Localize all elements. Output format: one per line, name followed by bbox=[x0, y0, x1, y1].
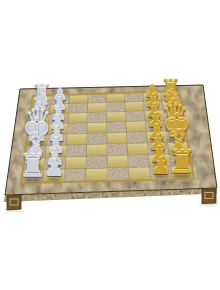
square-h3 bbox=[128, 167, 150, 180]
square-g5 bbox=[86, 156, 107, 169]
square-b2 bbox=[143, 101, 163, 111]
square-c6 bbox=[68, 113, 88, 124]
square-d1 bbox=[165, 120, 186, 131]
square-d2 bbox=[145, 121, 166, 132]
square-b6 bbox=[68, 103, 87, 113]
square-g3 bbox=[128, 155, 150, 168]
board-foot-left bbox=[7, 195, 21, 210]
square-g6 bbox=[65, 156, 86, 169]
square-h1 bbox=[171, 166, 194, 179]
square-c1 bbox=[163, 110, 184, 121]
square-h4 bbox=[107, 168, 129, 181]
square-b8 bbox=[30, 104, 50, 114]
square-d7 bbox=[47, 123, 67, 134]
square-d3 bbox=[126, 121, 146, 132]
chess-set-photo: ♜♟♟♜♞♟♟♞♝♟♟♝♛♟♟♛♚♟♟♚♝♟♟♝♞♟♟♞♜♟♟♜ bbox=[0, 0, 220, 290]
square-b5 bbox=[87, 103, 106, 113]
square-f3 bbox=[127, 143, 148, 155]
square-e4 bbox=[107, 132, 127, 144]
square-h8 bbox=[21, 170, 44, 183]
square-e8 bbox=[26, 135, 47, 147]
square-c2 bbox=[144, 110, 164, 121]
square-d5 bbox=[87, 122, 107, 133]
square-c5 bbox=[87, 112, 106, 123]
square-g7 bbox=[44, 157, 66, 170]
square-h7 bbox=[43, 169, 65, 182]
square-f4 bbox=[107, 144, 128, 156]
square-c4 bbox=[106, 112, 126, 123]
square-d6 bbox=[67, 123, 87, 134]
square-b7 bbox=[49, 104, 69, 114]
square-b3 bbox=[125, 101, 145, 111]
square-f5 bbox=[86, 144, 107, 156]
square-f1 bbox=[168, 142, 190, 154]
square-f2 bbox=[147, 142, 169, 154]
chess-board bbox=[0, 0, 220, 290]
square-e7 bbox=[46, 134, 67, 146]
square-e1 bbox=[166, 131, 188, 143]
square-e3 bbox=[126, 132, 147, 144]
square-e2 bbox=[146, 131, 167, 143]
board-foot-right bbox=[202, 189, 216, 204]
square-h5 bbox=[86, 168, 108, 181]
square-f8 bbox=[24, 146, 46, 158]
square-g2 bbox=[148, 154, 170, 167]
square-h2 bbox=[150, 167, 173, 180]
square-d8 bbox=[28, 124, 49, 135]
square-h6 bbox=[64, 169, 86, 182]
square-c8 bbox=[29, 114, 49, 125]
square-e6 bbox=[67, 133, 87, 145]
square-c3 bbox=[125, 111, 145, 122]
square-e5 bbox=[87, 133, 107, 145]
square-b1 bbox=[162, 100, 182, 110]
square-f6 bbox=[66, 145, 87, 157]
square-f7 bbox=[45, 145, 66, 157]
square-d4 bbox=[107, 122, 127, 133]
square-g4 bbox=[107, 155, 128, 168]
squares-grid bbox=[21, 91, 194, 183]
square-b4 bbox=[106, 102, 125, 112]
square-c7 bbox=[48, 113, 68, 124]
square-g8 bbox=[23, 158, 45, 171]
square-g1 bbox=[169, 154, 192, 167]
